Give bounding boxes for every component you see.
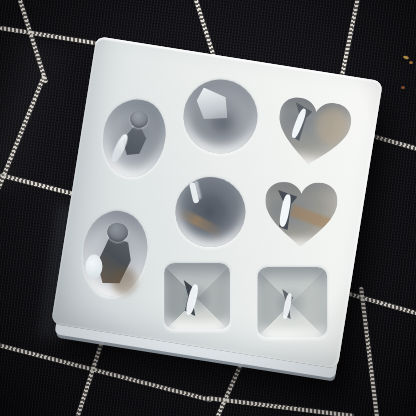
warm-reflection (289, 204, 333, 230)
photo-scene (0, 0, 416, 416)
gloss-highlight (189, 182, 200, 204)
cavity-square-pyramid-bottom-right (257, 267, 327, 337)
lint-speck (401, 86, 405, 89)
silicone-mold (51, 36, 383, 369)
gem-knob-highlight (129, 109, 149, 129)
cavity-round-gem-top-center (178, 74, 263, 159)
cavity-oval-gem-middle-left (76, 206, 153, 301)
cavity-square-pyramid-bottom-center (164, 263, 230, 329)
cavity-heart-gem-top-right (270, 93, 357, 170)
gloss-highlight (282, 293, 293, 320)
cavity-round-gem-middle-center (170, 172, 250, 252)
lint-speck (409, 61, 413, 64)
cavity-oval-gem-top-left (97, 95, 170, 182)
warm-reflection (177, 207, 224, 238)
gloss-highlight (85, 254, 102, 278)
cavity-heart-gem-middle-right (262, 181, 341, 248)
warm-reflection (314, 106, 350, 146)
gloss-highlight (194, 87, 231, 123)
